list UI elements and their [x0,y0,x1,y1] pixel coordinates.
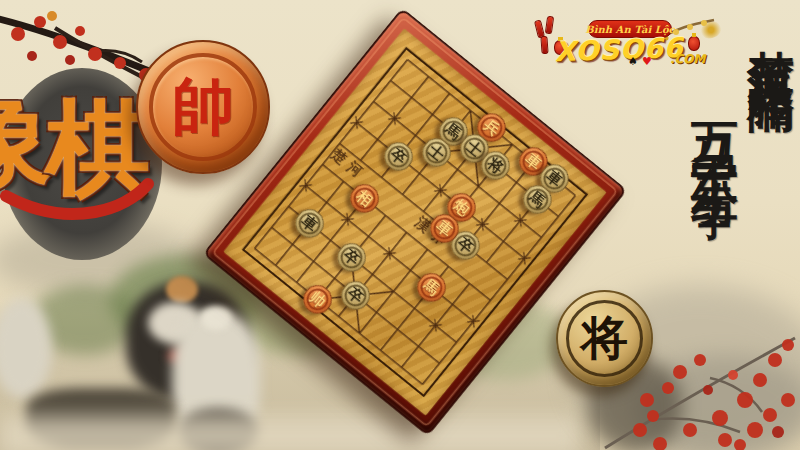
decor-piece-black-general: 将 [556,290,653,387]
red-brush-stroke [0,178,160,230]
piece-red-馬[interactable]: 馬 [411,267,452,308]
piece-black-卒[interactable]: 卒 [378,136,419,177]
calligraphy-column-2: 万马千军纷争 [692,86,739,170]
decor-piece-black-general-char: 将 [581,307,628,370]
ink-figure-head [166,276,198,303]
decor-piece-red-general-char: 帥 [172,65,234,149]
piece-black-車[interactable]: 車 [289,203,330,244]
piece-black-卒[interactable]: 卒 [335,275,376,316]
logo-domain-suffix: .COM [670,52,706,66]
calligraphy-column-1: 楚河汉界相隔 [748,12,795,60]
firecracker-icon [545,16,554,35]
decor-piece-red-general: 帥 [136,40,270,174]
piece-red-相[interactable]: 相 [344,178,385,219]
promo-banner: 楚河 漢界 兵車車馬士将馬士卒炮卒車相馬車卒卒帅 帥 将 象 棋 Bình An… [0,0,800,450]
spade-icon: ♠ [628,56,638,67]
heart-icon: ♥ [642,56,652,67]
piece-black-卒[interactable]: 卒 [331,237,372,278]
site-logo[interactable]: Bình An Tài Lộc XOSO66 ♠ ♥ .COM [532,10,717,74]
ink-figure-head [200,306,232,330]
title-char-xiang: 象 [0,88,52,192]
mist [0,416,580,450]
